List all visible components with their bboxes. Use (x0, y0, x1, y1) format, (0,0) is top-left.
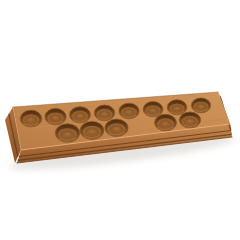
pit-back-6[interactable] (143, 102, 163, 117)
product-photo (0, 0, 240, 240)
pit-back-8[interactable] (191, 98, 210, 113)
pit-front-3[interactable] (105, 119, 128, 136)
pit-front-6[interactable] (179, 112, 200, 128)
pit-back-5[interactable] (119, 103, 139, 119)
pit-front-5[interactable] (155, 114, 177, 131)
pit-front-2[interactable] (80, 121, 104, 139)
mancala-board (0, 0, 240, 240)
pit-back-4[interactable] (94, 105, 114, 121)
pit-back-3[interactable] (70, 107, 91, 123)
pit-front-1[interactable] (55, 124, 79, 142)
pit-back-7[interactable] (167, 100, 187, 115)
pit-back-1[interactable] (20, 110, 42, 127)
pit-back-2[interactable] (45, 109, 66, 125)
